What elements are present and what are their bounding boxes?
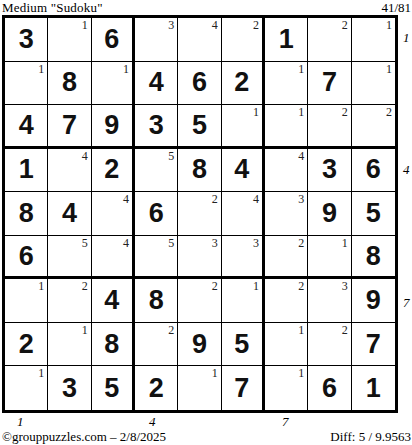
pencilmark: 2 xyxy=(342,19,348,32)
pencilmark: 4 xyxy=(123,237,129,250)
given-digit: 9 xyxy=(104,112,119,139)
cells-remaining-counter: 41/81 xyxy=(381,0,411,16)
given-digit: 2 xyxy=(149,375,164,402)
pencilmark: 1 xyxy=(212,367,218,380)
pencilmark: 1 xyxy=(298,106,304,119)
cell-r6c3[interactable]: 4 xyxy=(92,236,135,280)
pencilmark: 1 xyxy=(38,63,44,76)
cell-r5c5[interactable]: 2 xyxy=(178,192,221,236)
pencilmark: 2 xyxy=(212,193,218,206)
cell-r2c8[interactable]: 7 xyxy=(308,62,351,106)
cell-r6c9[interactable]: 8 xyxy=(352,236,395,280)
pencilmark: 1 xyxy=(123,63,129,76)
cell-r7c1[interactable]: 1 xyxy=(5,279,48,323)
cell-r5c6[interactable]: 4 xyxy=(222,192,265,236)
cell-r7c2[interactable]: 2 xyxy=(48,279,91,323)
cell-r4c9[interactable]: 6 xyxy=(352,149,395,193)
cell-r6c6[interactable]: 3 xyxy=(222,236,265,280)
cell-r8c6[interactable]: 5 xyxy=(222,323,265,367)
copyright-date-text: ©grouppuzzles.com – 2/8/2025 xyxy=(2,429,166,445)
sudoku-board: 3163421211814621714793511221425844368446… xyxy=(2,15,398,413)
given-digit: 6 xyxy=(192,69,207,96)
cell-r5c4[interactable]: 6 xyxy=(135,192,178,236)
cell-r7c4[interactable]: 8 xyxy=(135,279,178,323)
given-digit: 6 xyxy=(322,375,337,402)
given-digit: 7 xyxy=(322,69,337,96)
pencilmark: 2 xyxy=(212,280,218,293)
given-digit: 8 xyxy=(149,287,164,314)
column-label-7: 7 xyxy=(282,414,289,430)
cell-r8c1[interactable]: 2 xyxy=(5,323,48,367)
cell-r4c6[interactable]: 4 xyxy=(222,149,265,193)
pencilmark: 2 xyxy=(386,106,392,119)
pencilmark: 5 xyxy=(82,237,88,250)
cell-r7c9[interactable]: 9 xyxy=(352,279,395,323)
given-digit: 4 xyxy=(149,69,164,96)
pencilmark: 1 xyxy=(386,63,392,76)
pencilmark: 1 xyxy=(298,324,304,337)
cell-r3c6[interactable]: 1 xyxy=(222,105,265,149)
cell-r8c7[interactable]: 1 xyxy=(265,323,308,367)
given-digit: 4 xyxy=(19,112,34,139)
pencilmark: 1 xyxy=(82,324,88,337)
cell-r5c2[interactable]: 4 xyxy=(48,192,91,236)
pencilmark: 2 xyxy=(298,237,304,250)
cell-r9c3[interactable]: 5 xyxy=(92,366,135,410)
pencilmark: 1 xyxy=(253,106,259,119)
given-digit: 9 xyxy=(366,287,381,314)
cell-r2c2[interactable]: 8 xyxy=(48,62,91,106)
cell-r2c9[interactable]: 1 xyxy=(352,62,395,106)
cell-r7c6[interactable]: 1 xyxy=(222,279,265,323)
cell-r8c3[interactable]: 8 xyxy=(92,323,135,367)
cell-r9c5[interactable]: 1 xyxy=(178,366,221,410)
cell-r4c1[interactable]: 1 xyxy=(5,149,48,193)
cell-r2c1[interactable]: 1 xyxy=(5,62,48,106)
given-digit: 2 xyxy=(19,331,34,358)
given-digit: 2 xyxy=(104,156,119,183)
given-digit: 9 xyxy=(322,200,337,227)
cell-r3c9[interactable]: 2 xyxy=(352,105,395,149)
cell-r3c4[interactable]: 3 xyxy=(135,105,178,149)
cell-r8c4[interactable]: 2 xyxy=(135,323,178,367)
cell-r9c7[interactable]: 1 xyxy=(265,366,308,410)
pencilmark: 1 xyxy=(298,63,304,76)
pencilmark: 1 xyxy=(38,367,44,380)
given-digit: 7 xyxy=(366,331,381,358)
pencilmark: 1 xyxy=(38,280,44,293)
pencilmark: 4 xyxy=(82,150,88,163)
cell-r1c3[interactable]: 6 xyxy=(92,18,135,62)
row-label-1: 1 xyxy=(403,30,410,46)
column-label-1: 1 xyxy=(17,414,24,430)
given-digit: 4 xyxy=(104,287,119,314)
cell-r4c4[interactable]: 5 xyxy=(135,149,178,193)
cell-r6c5[interactable]: 3 xyxy=(178,236,221,280)
cell-r9c6[interactable]: 7 xyxy=(222,366,265,410)
cell-r3c1[interactable]: 4 xyxy=(5,105,48,149)
given-digit: 8 xyxy=(19,200,34,227)
pencilmark: 4 xyxy=(123,193,129,206)
cell-r1c4[interactable]: 3 xyxy=(135,18,178,62)
pencilmark: 2 xyxy=(253,19,259,32)
cell-r9c8[interactable]: 6 xyxy=(308,366,351,410)
cell-r7c3[interactable]: 4 xyxy=(92,279,135,323)
cell-r5c7[interactable]: 3 xyxy=(265,192,308,236)
cell-r6c4[interactable]: 5 xyxy=(135,236,178,280)
pencilmark: 1 xyxy=(298,367,304,380)
pencilmark: 3 xyxy=(342,280,348,293)
page-title: Medium "Sudoku" xyxy=(2,0,103,16)
row-label-4: 4 xyxy=(403,162,410,178)
given-digit: 6 xyxy=(19,243,34,270)
given-digit: 3 xyxy=(149,112,164,139)
cell-r1c8[interactable]: 2 xyxy=(308,18,351,62)
cell-r6c7[interactable]: 2 xyxy=(265,236,308,280)
cell-r9c1[interactable]: 1 xyxy=(5,366,48,410)
cell-r3c7[interactable]: 1 xyxy=(265,105,308,149)
difficulty-text: Diff: 5 / 9.9563 xyxy=(330,429,411,445)
given-digit: 8 xyxy=(366,243,381,270)
cell-r3c5[interactable]: 5 xyxy=(178,105,221,149)
pencilmark: 2 xyxy=(168,324,174,337)
pencilmark: 2 xyxy=(342,324,348,337)
cell-r8c8[interactable]: 2 xyxy=(308,323,351,367)
given-digit: 1 xyxy=(279,26,294,53)
given-digit: 9 xyxy=(192,331,207,358)
pencilmark: 3 xyxy=(212,237,218,250)
given-digit: 7 xyxy=(234,375,249,402)
given-digit: 5 xyxy=(366,200,381,227)
given-digit: 4 xyxy=(62,200,77,227)
pencilmark: 4 xyxy=(253,193,259,206)
given-digit: 2 xyxy=(234,69,249,96)
cell-r1c7[interactable]: 1 xyxy=(265,18,308,62)
cell-r3c3[interactable]: 9 xyxy=(92,105,135,149)
column-label-4: 4 xyxy=(149,414,156,430)
given-digit: 5 xyxy=(234,331,249,358)
cell-r9c2[interactable]: 3 xyxy=(48,366,91,410)
pencilmark: 5 xyxy=(168,237,174,250)
cell-r5c9[interactable]: 5 xyxy=(352,192,395,236)
row-label-7: 7 xyxy=(403,295,410,311)
cell-r1c6[interactable]: 2 xyxy=(222,18,265,62)
cell-r9c9[interactable]: 1 xyxy=(352,366,395,410)
cell-r5c1[interactable]: 8 xyxy=(5,192,48,236)
cell-r6c8[interactable]: 1 xyxy=(308,236,351,280)
given-digit: 6 xyxy=(366,156,381,183)
pencilmark: 5 xyxy=(168,150,174,163)
cell-r3c8[interactable]: 2 xyxy=(308,105,351,149)
cell-r4c7[interactable]: 4 xyxy=(265,149,308,193)
pencilmark: 2 xyxy=(298,280,304,293)
cell-r3c2[interactable]: 7 xyxy=(48,105,91,149)
cell-r1c1[interactable]: 3 xyxy=(5,18,48,62)
cell-r2c5[interactable]: 6 xyxy=(178,62,221,106)
sudoku-page: Medium "Sudoku" 41/81 316342121181462171… xyxy=(0,0,412,445)
cell-r2c6[interactable]: 2 xyxy=(222,62,265,106)
given-digit: 1 xyxy=(366,375,381,402)
pencilmark: 1 xyxy=(253,280,259,293)
given-digit: 8 xyxy=(192,156,207,183)
given-digit: 6 xyxy=(149,200,164,227)
given-digit: 1 xyxy=(19,156,34,183)
cell-r2c3[interactable]: 1 xyxy=(92,62,135,106)
cell-r2c7[interactable]: 1 xyxy=(265,62,308,106)
cell-r5c8[interactable]: 9 xyxy=(308,192,351,236)
pencilmark: 1 xyxy=(386,19,392,32)
cell-r5c3[interactable]: 4 xyxy=(92,192,135,236)
pencilmark: 3 xyxy=(253,237,259,250)
given-digit: 8 xyxy=(62,69,77,96)
cell-r9c4[interactable]: 2 xyxy=(135,366,178,410)
cell-r4c2[interactable]: 4 xyxy=(48,149,91,193)
pencilmark: 4 xyxy=(212,19,218,32)
given-digit: 6 xyxy=(104,26,119,53)
cell-r1c2[interactable]: 1 xyxy=(48,18,91,62)
pencilmark: 3 xyxy=(298,193,304,206)
cell-r4c8[interactable]: 3 xyxy=(308,149,351,193)
cell-r1c9[interactable]: 1 xyxy=(352,18,395,62)
pencilmark: 2 xyxy=(342,106,348,119)
pencilmark: 1 xyxy=(342,237,348,250)
given-digit: 8 xyxy=(104,331,119,358)
cell-r6c2[interactable]: 5 xyxy=(48,236,91,280)
given-digit: 4 xyxy=(234,156,249,183)
cell-r1c5[interactable]: 4 xyxy=(178,18,221,62)
given-digit: 3 xyxy=(19,26,34,53)
cell-r2c4[interactable]: 4 xyxy=(135,62,178,106)
cell-r8c9[interactable]: 7 xyxy=(352,323,395,367)
cell-r7c5[interactable]: 2 xyxy=(178,279,221,323)
cell-r4c3[interactable]: 2 xyxy=(92,149,135,193)
given-digit: 3 xyxy=(322,156,337,183)
given-digit: 3 xyxy=(62,375,77,402)
pencilmark: 4 xyxy=(298,150,304,163)
cell-r4c5[interactable]: 8 xyxy=(178,149,221,193)
cell-r7c8[interactable]: 3 xyxy=(308,279,351,323)
given-digit: 5 xyxy=(104,375,119,402)
pencilmark: 1 xyxy=(82,19,88,32)
cell-r8c2[interactable]: 1 xyxy=(48,323,91,367)
cell-r6c1[interactable]: 6 xyxy=(5,236,48,280)
given-digit: 5 xyxy=(192,112,207,139)
pencilmark: 2 xyxy=(82,280,88,293)
pencilmark: 3 xyxy=(168,19,174,32)
given-digit: 7 xyxy=(62,112,77,139)
cell-r8c5[interactable]: 9 xyxy=(178,323,221,367)
cell-r7c7[interactable]: 2 xyxy=(265,279,308,323)
